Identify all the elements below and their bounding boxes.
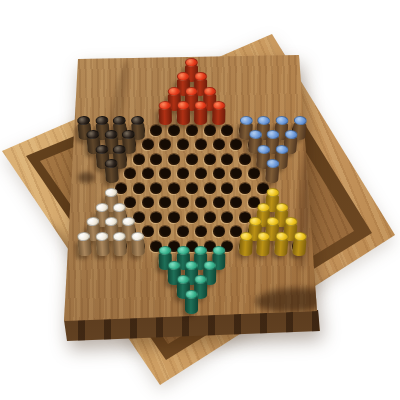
hole-icon	[168, 212, 180, 223]
hole-icon	[186, 183, 198, 194]
hole-icon	[150, 212, 162, 223]
hole-empty[interactable]	[179, 138, 188, 153]
hole-icon	[239, 154, 251, 165]
hole-empty[interactable]	[205, 123, 214, 138]
peg-white-icon	[131, 231, 145, 256]
hole-empty[interactable]	[161, 138, 170, 153]
hole-empty[interactable]	[223, 210, 232, 225]
hole-icon	[186, 125, 198, 136]
hole-empty[interactable]	[241, 181, 250, 196]
peg-cap	[176, 101, 189, 110]
hole-icon	[186, 212, 198, 223]
hole-icon	[133, 183, 145, 194]
peg-white[interactable]	[117, 239, 126, 254]
hole-icon	[221, 212, 233, 223]
hole-empty[interactable]	[196, 138, 205, 153]
hole-icon	[230, 197, 242, 208]
hole-empty[interactable]	[152, 181, 161, 196]
peg-red-icon	[176, 101, 189, 125]
hole-empty[interactable]	[161, 167, 170, 182]
hole-empty[interactable]	[134, 152, 143, 167]
hole-empty[interactable]	[214, 138, 223, 153]
hole-empty[interactable]	[134, 181, 143, 196]
peg-body	[265, 166, 279, 184]
game-board	[0, 0, 400, 400]
hole-icon	[230, 139, 242, 150]
hole-empty[interactable]	[232, 196, 241, 211]
hole-empty[interactable]	[179, 196, 188, 211]
hole-icon	[221, 183, 233, 194]
peg-red[interactable]	[161, 109, 170, 124]
hole-empty[interactable]	[205, 152, 214, 167]
hole-icon	[177, 139, 189, 150]
hole-icon	[159, 139, 171, 150]
peg-cap	[275, 144, 289, 154]
peg-body	[131, 238, 145, 256]
star-grid	[81, 65, 303, 312]
peg-red-icon	[158, 101, 172, 125]
peg-black[interactable]	[117, 152, 126, 167]
hole-empty[interactable]	[196, 225, 205, 240]
hole-empty[interactable]	[214, 167, 223, 182]
hole-empty[interactable]	[188, 210, 197, 225]
hole-icon	[213, 197, 225, 208]
hole-empty[interactable]	[143, 138, 152, 153]
hole-icon	[124, 168, 136, 179]
peg-cap	[185, 87, 198, 96]
peg-yellow[interactable]	[276, 239, 285, 254]
hole-empty[interactable]	[205, 181, 214, 196]
peg-cap	[176, 246, 189, 255]
peg-red[interactable]	[196, 109, 205, 124]
hole-icon	[195, 197, 207, 208]
peg-cap	[95, 115, 109, 125]
hole-icon	[195, 226, 207, 237]
hole-empty[interactable]	[250, 167, 259, 182]
hole-empty[interactable]	[214, 225, 223, 240]
peg-cap	[176, 72, 189, 81]
hole-icon	[142, 197, 154, 208]
hole-icon	[213, 139, 225, 150]
peg-yellow-icon	[239, 231, 253, 256]
hole-empty[interactable]	[196, 167, 205, 182]
peg-yellow-icon	[256, 231, 270, 256]
peg-cap	[185, 261, 198, 270]
hole-empty[interactable]	[143, 196, 152, 211]
peg-red[interactable]	[179, 109, 188, 124]
peg-cap	[239, 115, 252, 125]
hole-icon	[204, 125, 216, 136]
hole-icon	[177, 168, 189, 179]
hole-icon	[159, 168, 171, 179]
hole-empty[interactable]	[125, 196, 134, 211]
peg-body	[113, 238, 127, 256]
peg-cap	[239, 231, 252, 241]
peg-blue[interactable]	[267, 167, 276, 182]
hole-icon	[159, 197, 171, 208]
peg-black[interactable]	[108, 167, 117, 182]
peg-yellow[interactable]	[259, 239, 268, 254]
peg-cap	[176, 275, 189, 284]
peg-yellow-icon	[274, 231, 289, 256]
hole-icon	[150, 183, 162, 194]
hole-icon	[159, 226, 171, 237]
hole-empty[interactable]	[152, 152, 161, 167]
peg-yellow[interactable]	[294, 239, 303, 254]
peg-body	[185, 297, 198, 314]
hole-empty[interactable]	[214, 196, 223, 211]
peg-cap	[293, 115, 307, 125]
hole-empty[interactable]	[223, 181, 232, 196]
hole-icon	[221, 125, 233, 136]
hole-icon	[168, 183, 180, 194]
peg-cap	[275, 202, 289, 212]
peg-black[interactable]	[134, 123, 143, 138]
hole-icon	[150, 125, 162, 136]
hole-empty[interactable]	[170, 123, 179, 138]
hole-icon	[248, 168, 260, 179]
hole-icon	[168, 125, 180, 136]
hole-empty[interactable]	[188, 152, 197, 167]
peg-cap	[275, 115, 289, 125]
peg-white[interactable]	[99, 239, 108, 254]
hole-empty[interactable]	[241, 152, 250, 167]
hole-icon	[142, 168, 154, 179]
hole-empty[interactable]	[134, 210, 143, 225]
hole-empty[interactable]	[170, 210, 179, 225]
hole-icon	[204, 212, 216, 223]
peg-white-icon	[77, 231, 92, 256]
hole-icon	[186, 154, 198, 165]
hole-empty[interactable]	[170, 181, 179, 196]
hole-empty[interactable]	[232, 167, 241, 182]
hole-icon	[213, 168, 225, 179]
hole-empty[interactable]	[152, 123, 161, 138]
hole-empty[interactable]	[125, 167, 134, 182]
hole-icon	[204, 183, 216, 194]
peg-green-icon	[185, 290, 198, 314]
hole-empty[interactable]	[196, 196, 205, 211]
peg-white[interactable]	[134, 239, 143, 254]
hole-empty[interactable]	[161, 196, 170, 211]
hole-empty[interactable]	[232, 138, 241, 153]
hole-empty[interactable]	[117, 181, 126, 196]
peg-cap	[185, 58, 198, 67]
hole-empty[interactable]	[188, 123, 197, 138]
peg-yellow[interactable]	[241, 239, 250, 254]
hole-icon	[142, 139, 154, 150]
peg-red-icon	[194, 101, 207, 125]
hole-empty[interactable]	[205, 210, 214, 225]
peg-cap	[95, 144, 109, 154]
peg-cap	[293, 231, 307, 241]
hole-icon	[230, 168, 242, 179]
peg-black-icon	[104, 159, 119, 184]
peg-black[interactable]	[125, 138, 134, 153]
hole-icon	[213, 226, 225, 237]
peg-white-icon	[113, 231, 127, 256]
hole-icon	[177, 197, 189, 208]
hole-icon	[133, 154, 145, 165]
peg-cap	[167, 261, 180, 270]
hole-icon	[204, 154, 216, 165]
peg-blue-icon	[265, 159, 280, 184]
peg-green[interactable]	[188, 297, 197, 312]
hole-empty[interactable]	[188, 181, 197, 196]
hole-empty[interactable]	[223, 152, 232, 167]
peg-red-icon	[212, 101, 226, 125]
peg-cap	[185, 290, 198, 299]
hole-icon	[195, 168, 207, 179]
hole-icon	[221, 154, 233, 165]
peg-cap	[203, 261, 216, 270]
hole-empty[interactable]	[170, 152, 179, 167]
hole-empty[interactable]	[179, 167, 188, 182]
hole-empty[interactable]	[223, 123, 232, 138]
hole-icon	[168, 154, 180, 165]
peg-body	[239, 238, 253, 256]
peg-yellow-icon	[292, 231, 307, 256]
hole-empty[interactable]	[152, 210, 161, 225]
hole-empty[interactable]	[179, 225, 188, 240]
hole-icon	[195, 139, 207, 150]
hole-empty[interactable]	[161, 225, 170, 240]
chinese-checkers-product-photo	[0, 0, 400, 400]
hole-empty[interactable]	[143, 167, 152, 182]
peg-cap	[167, 86, 180, 95]
hole-icon	[239, 183, 251, 194]
peg-white[interactable]	[81, 239, 90, 254]
peg-cap	[203, 86, 216, 95]
hole-icon	[150, 154, 162, 165]
hole-icon	[177, 226, 189, 237]
peg-red[interactable]	[214, 109, 223, 124]
hole-empty[interactable]	[143, 225, 152, 240]
peg-white-icon	[95, 231, 110, 256]
